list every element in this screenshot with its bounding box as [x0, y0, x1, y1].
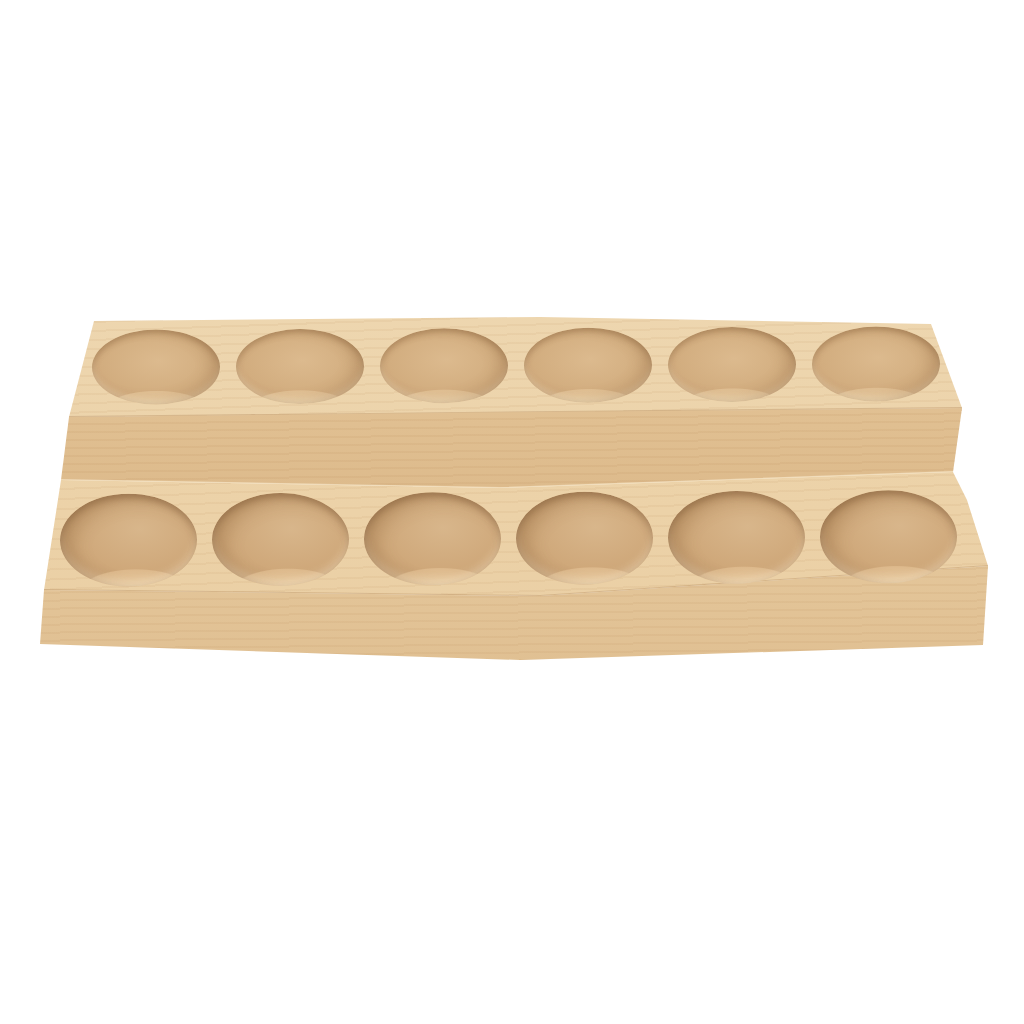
pit-cell	[52, 489, 204, 590]
pit-cell	[204, 489, 356, 590]
pit-row-front	[52, 486, 964, 590]
mancala-board	[0, 0, 1024, 1024]
pit-cell	[356, 488, 508, 589]
pit-cell	[516, 323, 660, 406]
back-pit-1[interactable]	[92, 329, 220, 405]
pit-cell	[372, 324, 516, 407]
pit-cell	[660, 323, 804, 406]
front-pit-2[interactable]	[211, 492, 348, 586]
pit-cell	[228, 325, 372, 408]
front-pit-5[interactable]	[667, 490, 804, 584]
front-pit-1[interactable]	[59, 493, 196, 587]
front-pit-3[interactable]	[363, 492, 500, 586]
back-pit-3[interactable]	[380, 328, 508, 404]
front-pit-6[interactable]	[819, 490, 956, 584]
scene	[0, 0, 1024, 1024]
back-pit-4[interactable]	[524, 327, 652, 403]
back-pit-5[interactable]	[668, 326, 796, 402]
back-pit-2[interactable]	[236, 328, 364, 404]
front-pit-4[interactable]	[515, 491, 652, 585]
pit-cell	[84, 325, 228, 408]
pit-cell	[804, 322, 948, 405]
back-pit-6[interactable]	[812, 326, 940, 402]
pit-row-back	[84, 322, 948, 408]
pit-cell	[812, 486, 964, 587]
pit-cell	[508, 487, 660, 588]
pit-cell	[660, 487, 812, 588]
